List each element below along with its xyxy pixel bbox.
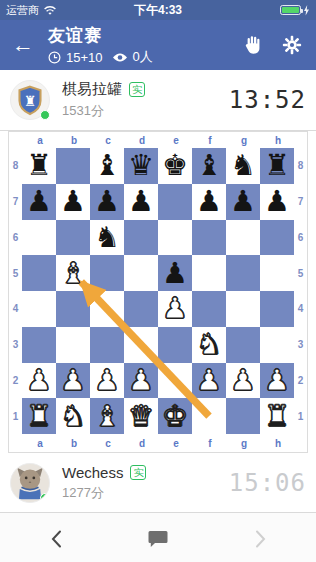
square-h7[interactable]: ♟ bbox=[260, 184, 294, 220]
rank-label-3: 3 bbox=[9, 327, 22, 363]
square-f4[interactable] bbox=[192, 291, 226, 327]
square-f7[interactable]: ♟ bbox=[192, 184, 226, 220]
square-h8[interactable]: ♜ bbox=[260, 148, 294, 184]
square-h6[interactable] bbox=[260, 220, 294, 256]
white-pawn-piece: ♟ bbox=[128, 366, 154, 395]
status-time: 下午4:33 bbox=[0, 2, 316, 19]
square-d8[interactable]: ♛ bbox=[124, 148, 158, 184]
file-labels-top: abcdefgh bbox=[9, 132, 307, 148]
square-h2[interactable]: ♟ bbox=[260, 363, 294, 399]
clock-black: 13:52 bbox=[229, 86, 306, 114]
chevron-right-icon[interactable] bbox=[246, 525, 274, 553]
file-label-a: a bbox=[23, 135, 57, 146]
square-e1[interactable]: ♚ bbox=[158, 398, 192, 434]
white-king-piece: ♚ bbox=[162, 402, 188, 431]
app-screen: 运营商 下午4:33 ← 友谊赛 15+10 bbox=[0, 0, 316, 562]
navigation-bar: ← 友谊赛 15+10 0人 bbox=[0, 20, 316, 70]
square-e5[interactable]: ♟ bbox=[158, 255, 192, 291]
player-name-black: 棋易拉罐 bbox=[62, 80, 122, 99]
file-label-h: h bbox=[261, 438, 295, 449]
avatar-black-rook-shield[interactable]: ♜ bbox=[10, 80, 50, 120]
square-f1[interactable] bbox=[192, 398, 226, 434]
black-bishop-piece: ♝ bbox=[94, 151, 120, 180]
square-c5[interactable] bbox=[90, 255, 124, 291]
rank-label-3: 3 bbox=[294, 327, 307, 363]
square-g1[interactable] bbox=[226, 398, 260, 434]
raised-hand-icon[interactable] bbox=[240, 33, 264, 57]
file-labels-bottom: abcdefgh bbox=[9, 434, 307, 452]
back-button[interactable]: ← bbox=[12, 34, 34, 56]
file-label-f: f bbox=[193, 438, 227, 449]
battery-charging-icon bbox=[280, 5, 301, 15]
square-g6[interactable] bbox=[226, 220, 260, 256]
rank-label-1: 1 bbox=[9, 398, 22, 434]
square-a2[interactable]: ♟ bbox=[22, 363, 56, 399]
square-a5[interactable] bbox=[22, 255, 56, 291]
clock-white: 15:06 bbox=[229, 469, 306, 497]
square-d6[interactable] bbox=[124, 220, 158, 256]
rank-label-5: 5 bbox=[9, 255, 22, 291]
square-c7[interactable]: ♟ bbox=[90, 184, 124, 220]
black-pawn-piece: ♟ bbox=[196, 187, 222, 216]
square-h1[interactable]: ♜ bbox=[260, 398, 294, 434]
square-e8[interactable]: ♚ bbox=[158, 148, 192, 184]
square-c6[interactable]: ♞ bbox=[90, 220, 124, 256]
square-e6[interactable] bbox=[158, 220, 192, 256]
square-e3[interactable] bbox=[158, 327, 192, 363]
black-pawn-piece: ♟ bbox=[162, 259, 188, 288]
square-d3[interactable] bbox=[124, 327, 158, 363]
clock-icon bbox=[48, 51, 61, 64]
rank-label-6: 6 bbox=[294, 220, 307, 256]
square-d5[interactable] bbox=[124, 255, 158, 291]
black-rook-piece: ♜ bbox=[26, 151, 52, 180]
square-e4[interactable]: ♟ bbox=[158, 291, 192, 327]
square-d1[interactable]: ♛ bbox=[124, 398, 158, 434]
file-label-g: g bbox=[227, 438, 261, 449]
status-bar: 运营商 下午4:33 bbox=[0, 0, 316, 20]
square-c3[interactable] bbox=[90, 327, 124, 363]
board-grid: ♜♝♛♚♝♞♜♟♟♟♟♟♟♟♞♝♟♟♞♟♟♟♟♟♟♟♜♞♝♛♚♜ bbox=[22, 148, 294, 434]
file-label-h: h bbox=[261, 135, 295, 146]
square-d2[interactable]: ♟ bbox=[124, 363, 158, 399]
square-b8[interactable] bbox=[56, 148, 90, 184]
file-label-d: d bbox=[125, 438, 159, 449]
file-label-g: g bbox=[227, 135, 261, 146]
rank-labels-left: 87654321 bbox=[9, 148, 22, 434]
avatar-white-cat-photo[interactable] bbox=[10, 463, 50, 503]
square-f2[interactable]: ♟ bbox=[192, 363, 226, 399]
rank-label-8: 8 bbox=[9, 148, 22, 184]
rank-label-6: 6 bbox=[9, 220, 22, 256]
black-knight-piece: ♞ bbox=[94, 223, 120, 252]
rank-label-7: 7 bbox=[9, 184, 22, 220]
square-g2[interactable]: ♟ bbox=[226, 363, 260, 399]
white-bishop-piece: ♝ bbox=[94, 402, 120, 431]
rank-label-4: 4 bbox=[9, 291, 22, 327]
square-d4[interactable] bbox=[124, 291, 158, 327]
file-label-a: a bbox=[23, 438, 57, 449]
square-h4[interactable] bbox=[260, 291, 294, 327]
charging-bolt-icon bbox=[303, 5, 310, 16]
chess-board-card: abcdefgh 87654321 ♜♝♛♚♝♞♜♟♟♟♟♟♟♟♞♝♟♟♞♟♟♟… bbox=[8, 131, 308, 453]
svg-text:♜: ♜ bbox=[24, 93, 37, 109]
square-b4[interactable] bbox=[56, 291, 90, 327]
online-dot bbox=[40, 110, 50, 120]
square-g3[interactable] bbox=[226, 327, 260, 363]
file-label-e: e bbox=[159, 135, 193, 146]
square-g8[interactable]: ♞ bbox=[226, 148, 260, 184]
square-c1[interactable]: ♝ bbox=[90, 398, 124, 434]
black-pawn-piece: ♟ bbox=[128, 187, 154, 216]
rank-label-7: 7 bbox=[294, 184, 307, 220]
file-label-c: c bbox=[91, 438, 125, 449]
square-b5[interactable]: ♝ bbox=[56, 255, 90, 291]
square-b1[interactable]: ♞ bbox=[56, 398, 90, 434]
white-queen-piece: ♛ bbox=[128, 402, 154, 431]
square-h5[interactable] bbox=[260, 255, 294, 291]
white-pawn-piece: ♟ bbox=[162, 294, 188, 323]
player-card-black: ♜ 棋易拉罐 实 1531分 13:52 bbox=[0, 70, 316, 131]
white-pawn-piece: ♟ bbox=[230, 366, 256, 395]
white-rook-piece: ♜ bbox=[26, 402, 52, 431]
square-b6[interactable] bbox=[56, 220, 90, 256]
spectator-count: 0人 bbox=[133, 48, 153, 66]
file-label-e: e bbox=[159, 438, 193, 449]
black-bishop-piece: ♝ bbox=[196, 151, 222, 180]
black-pawn-piece: ♟ bbox=[230, 187, 256, 216]
black-queen-piece: ♛ bbox=[128, 151, 154, 180]
white-pawn-piece: ♟ bbox=[196, 366, 222, 395]
square-c2[interactable]: ♟ bbox=[90, 363, 124, 399]
file-label-d: d bbox=[125, 135, 159, 146]
square-d7[interactable]: ♟ bbox=[124, 184, 158, 220]
gear-icon[interactable] bbox=[280, 33, 304, 57]
square-b7[interactable]: ♟ bbox=[56, 184, 90, 220]
file-label-c: c bbox=[91, 135, 125, 146]
rank-label-2: 2 bbox=[294, 363, 307, 399]
black-pawn-piece: ♟ bbox=[26, 187, 52, 216]
black-pawn-piece: ♟ bbox=[94, 187, 120, 216]
square-f8[interactable]: ♝ bbox=[192, 148, 226, 184]
square-f3[interactable]: ♞ bbox=[192, 327, 226, 363]
rank-label-8: 8 bbox=[294, 148, 307, 184]
verified-badge: 实 bbox=[129, 82, 145, 97]
square-g7[interactable]: ♟ bbox=[226, 184, 260, 220]
file-label-b: b bbox=[57, 438, 91, 449]
square-e2[interactable] bbox=[158, 363, 192, 399]
player-rating-white: 1277分 bbox=[62, 484, 146, 502]
player-name-white: Wechess bbox=[62, 464, 123, 481]
white-pawn-piece: ♟ bbox=[94, 366, 120, 395]
square-c8[interactable]: ♝ bbox=[90, 148, 124, 184]
rank-label-5: 5 bbox=[294, 255, 307, 291]
square-a4[interactable] bbox=[22, 291, 56, 327]
square-b2[interactable]: ♟ bbox=[56, 363, 90, 399]
rank-label-1: 1 bbox=[294, 398, 307, 434]
black-rook-piece: ♜ bbox=[264, 151, 290, 180]
square-f6[interactable] bbox=[192, 220, 226, 256]
player-card-white: Wechess 实 1277分 15:06 bbox=[0, 453, 316, 513]
black-king-piece: ♚ bbox=[162, 151, 188, 180]
verified-badge: 实 bbox=[130, 465, 146, 480]
black-pawn-piece: ♟ bbox=[264, 187, 290, 216]
player-rating-black: 1531分 bbox=[62, 102, 145, 120]
page-title: 友谊赛 bbox=[48, 24, 153, 47]
white-rook-piece: ♜ bbox=[264, 402, 290, 431]
square-g5[interactable] bbox=[226, 255, 260, 291]
file-label-f: f bbox=[193, 135, 227, 146]
white-knight-piece: ♞ bbox=[196, 330, 222, 359]
black-pawn-piece: ♟ bbox=[60, 187, 86, 216]
file-label-b: b bbox=[57, 135, 91, 146]
square-b3[interactable] bbox=[56, 327, 90, 363]
online-dot bbox=[40, 493, 50, 503]
rank-label-2: 2 bbox=[9, 363, 22, 399]
move-toolbar bbox=[0, 513, 316, 562]
square-h3[interactable] bbox=[260, 327, 294, 363]
square-a1[interactable]: ♜ bbox=[22, 398, 56, 434]
square-c4[interactable] bbox=[90, 291, 124, 327]
white-bishop-piece: ♝ bbox=[60, 259, 86, 288]
chat-bubble-icon[interactable] bbox=[144, 525, 172, 553]
rank-labels-right: 87654321 bbox=[294, 148, 307, 434]
rank-label-4: 4 bbox=[294, 291, 307, 327]
white-pawn-piece: ♟ bbox=[60, 366, 86, 395]
square-a8[interactable]: ♜ bbox=[22, 148, 56, 184]
eye-icon bbox=[112, 52, 128, 63]
black-knight-piece: ♞ bbox=[230, 151, 256, 180]
white-pawn-piece: ♟ bbox=[26, 366, 52, 395]
white-knight-piece: ♞ bbox=[60, 402, 86, 431]
square-a7[interactable]: ♟ bbox=[22, 184, 56, 220]
square-a3[interactable] bbox=[22, 327, 56, 363]
square-f5[interactable] bbox=[192, 255, 226, 291]
chess-board: ♜♝♛♚♝♞♜♟♟♟♟♟♟♟♞♝♟♟♞♟♟♟♟♟♟♟♜♞♝♛♚♜ bbox=[22, 148, 294, 434]
chevron-left-icon[interactable] bbox=[42, 525, 70, 553]
square-g4[interactable] bbox=[226, 291, 260, 327]
white-pawn-piece: ♟ bbox=[264, 366, 290, 395]
time-control-label: 15+10 bbox=[66, 50, 103, 65]
square-a6[interactable] bbox=[22, 220, 56, 256]
square-e7[interactable] bbox=[158, 184, 192, 220]
